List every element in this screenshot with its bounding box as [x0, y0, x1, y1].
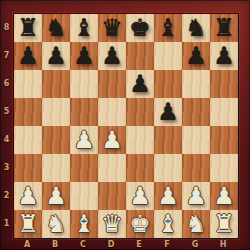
- piece-black-knight[interactable]: ♞: [42, 14, 70, 42]
- square-b5[interactable]: [42, 98, 70, 126]
- file-label-c: C: [69, 238, 97, 250]
- piece-black-rook[interactable]: ♜: [14, 14, 42, 42]
- piece-black-pawn[interactable]: ♟: [70, 42, 98, 70]
- piece-white-bishop[interactable]: ♝: [154, 210, 182, 238]
- piece-white-bishop[interactable]: ♝: [70, 210, 98, 238]
- square-a5[interactable]: [14, 98, 42, 126]
- rank-label-3: 3: [0, 153, 13, 181]
- square-b3[interactable]: [42, 154, 70, 182]
- square-c4[interactable]: ♟: [70, 126, 98, 154]
- file-label-a: A: [13, 238, 41, 250]
- square-h3[interactable]: [210, 154, 238, 182]
- square-h5[interactable]: [210, 98, 238, 126]
- square-g2[interactable]: ♟: [182, 182, 210, 210]
- square-f2[interactable]: ♟: [154, 182, 182, 210]
- square-g5[interactable]: [182, 98, 210, 126]
- piece-black-pawn[interactable]: ♟: [98, 42, 126, 70]
- square-a6[interactable]: [14, 70, 42, 98]
- piece-black-bishop[interactable]: ♝: [154, 14, 182, 42]
- piece-black-queen[interactable]: ♛: [98, 14, 126, 42]
- file-label-d: D: [97, 238, 125, 250]
- square-c1[interactable]: ♝: [70, 210, 98, 238]
- square-a2[interactable]: ♟: [14, 182, 42, 210]
- square-h6[interactable]: [210, 70, 238, 98]
- piece-white-pawn[interactable]: ♟: [42, 182, 70, 210]
- square-b4[interactable]: [42, 126, 70, 154]
- piece-white-king[interactable]: ♚: [126, 210, 154, 238]
- square-d7[interactable]: ♟: [98, 42, 126, 70]
- square-a1[interactable]: ♜: [14, 210, 42, 238]
- piece-white-pawn[interactable]: ♟: [14, 182, 42, 210]
- rank-label-5: 5: [0, 97, 13, 125]
- piece-white-rook[interactable]: ♜: [210, 210, 238, 238]
- square-d3[interactable]: [98, 154, 126, 182]
- rank-label-2: 2: [0, 181, 13, 209]
- chessboard: ♜♞♝♛♚♝♞♜♟♟♟♟♟♟♟♟♟♟♟♟♟♟♟♟♜♞♝♛♚♝♞♜: [13, 13, 239, 239]
- piece-white-knight[interactable]: ♞: [182, 210, 210, 238]
- square-d5[interactable]: [98, 98, 126, 126]
- piece-black-rook[interactable]: ♜: [210, 14, 238, 42]
- square-c8[interactable]: ♝: [70, 14, 98, 42]
- piece-white-queen[interactable]: ♛: [98, 210, 126, 238]
- square-h4[interactable]: [210, 126, 238, 154]
- square-b2[interactable]: ♟: [42, 182, 70, 210]
- chessboard-frame: ♜♞♝♛♚♝♞♜♟♟♟♟♟♟♟♟♟♟♟♟♟♟♟♟♜♞♝♛♚♝♞♜ 8765432…: [0, 0, 250, 250]
- piece-black-king[interactable]: ♚: [126, 14, 154, 42]
- square-g6[interactable]: [182, 70, 210, 98]
- square-d8[interactable]: ♛: [98, 14, 126, 42]
- piece-black-pawn[interactable]: ♟: [14, 42, 42, 70]
- piece-black-bishop[interactable]: ♝: [70, 14, 98, 42]
- square-e5[interactable]: [126, 98, 154, 126]
- file-label-f: F: [153, 238, 181, 250]
- piece-white-pawn[interactable]: ♟: [126, 182, 154, 210]
- square-c3[interactable]: [70, 154, 98, 182]
- square-a7[interactable]: ♟: [14, 42, 42, 70]
- rank-label-8: 8: [0, 13, 13, 41]
- square-c5[interactable]: [70, 98, 98, 126]
- square-c6[interactable]: [70, 70, 98, 98]
- file-label-e: E: [125, 238, 153, 250]
- piece-white-rook[interactable]: ♜: [14, 210, 42, 238]
- square-e1[interactable]: ♚: [126, 210, 154, 238]
- square-g3[interactable]: [182, 154, 210, 182]
- square-d4[interactable]: ♟: [98, 126, 126, 154]
- piece-white-pawn[interactable]: ♟: [182, 182, 210, 210]
- piece-white-pawn[interactable]: ♟: [70, 126, 98, 154]
- rank-label-7: 7: [0, 41, 13, 69]
- square-f5[interactable]: ♟: [154, 98, 182, 126]
- square-g1[interactable]: ♞: [182, 210, 210, 238]
- square-d6[interactable]: [98, 70, 126, 98]
- rank-label-6: 6: [0, 69, 13, 97]
- piece-black-pawn[interactable]: ♟: [126, 70, 154, 98]
- square-g8[interactable]: ♞: [182, 14, 210, 42]
- piece-black-pawn[interactable]: ♟: [42, 42, 70, 70]
- square-e6[interactable]: ♟: [126, 70, 154, 98]
- square-a3[interactable]: [14, 154, 42, 182]
- piece-black-knight[interactable]: ♞: [182, 14, 210, 42]
- square-c7[interactable]: ♟: [70, 42, 98, 70]
- square-d1[interactable]: ♛: [98, 210, 126, 238]
- square-b7[interactable]: ♟: [42, 42, 70, 70]
- rank-label-4: 4: [0, 125, 13, 153]
- file-label-g: G: [181, 238, 209, 250]
- square-e2[interactable]: ♟: [126, 182, 154, 210]
- square-f1[interactable]: ♝: [154, 210, 182, 238]
- piece-white-pawn[interactable]: ♟: [98, 126, 126, 154]
- square-b6[interactable]: [42, 70, 70, 98]
- piece-white-pawn[interactable]: ♟: [154, 182, 182, 210]
- square-f6[interactable]: [154, 70, 182, 98]
- square-c2[interactable]: [70, 182, 98, 210]
- square-g7[interactable]: ♟: [182, 42, 210, 70]
- square-f3[interactable]: [154, 154, 182, 182]
- file-label-b: B: [41, 238, 69, 250]
- rank-label-1: 1: [0, 209, 13, 237]
- square-h2[interactable]: ♟: [210, 182, 238, 210]
- square-h7[interactable]: ♟: [210, 42, 238, 70]
- square-f4[interactable]: [154, 126, 182, 154]
- square-e8[interactable]: ♚: [126, 14, 154, 42]
- piece-white-knight[interactable]: ♞: [42, 210, 70, 238]
- square-a8[interactable]: ♜: [14, 14, 42, 42]
- square-e7[interactable]: [126, 42, 154, 70]
- piece-black-pawn[interactable]: ♟: [210, 42, 238, 70]
- piece-white-pawn[interactable]: ♟: [210, 182, 238, 210]
- file-label-h: H: [209, 238, 237, 250]
- square-a4[interactable]: [14, 126, 42, 154]
- square-b8[interactable]: ♞: [42, 14, 70, 42]
- square-g4[interactable]: [182, 126, 210, 154]
- square-d2[interactable]: [98, 182, 126, 210]
- square-e4[interactable]: [126, 126, 154, 154]
- square-b1[interactable]: ♞: [42, 210, 70, 238]
- square-h8[interactable]: ♜: [210, 14, 238, 42]
- square-e3[interactable]: [126, 154, 154, 182]
- square-f8[interactable]: ♝: [154, 14, 182, 42]
- piece-black-pawn[interactable]: ♟: [154, 98, 182, 126]
- square-h1[interactable]: ♜: [210, 210, 238, 238]
- square-f7[interactable]: [154, 42, 182, 70]
- piece-black-pawn[interactable]: ♟: [182, 42, 210, 70]
